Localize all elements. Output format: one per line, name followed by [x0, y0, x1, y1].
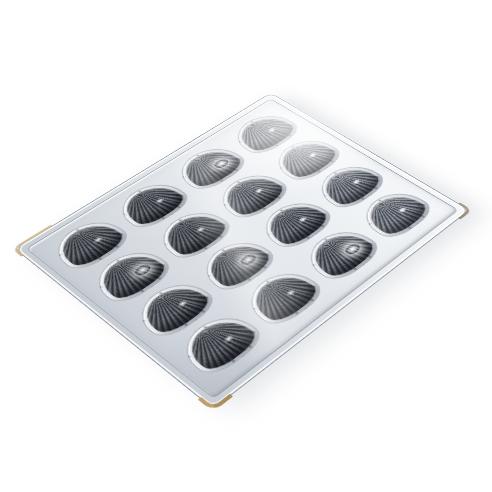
- pan-surface: [26, 99, 459, 399]
- shell-mold: [359, 189, 431, 238]
- mold-grid: [27, 99, 457, 397]
- product-photo-stage: [0, 0, 492, 492]
- madeleine-pan: [14, 93, 470, 410]
